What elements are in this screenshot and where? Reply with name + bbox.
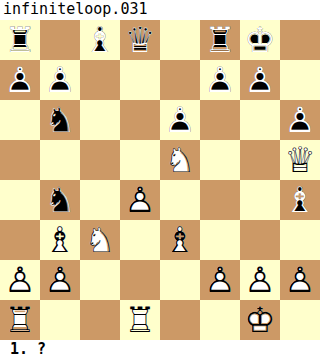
- square-b8[interactable]: [40, 20, 80, 60]
- square-e4[interactable]: [160, 180, 200, 220]
- black-queen: ♛♕: [120, 20, 160, 60]
- square-f1[interactable]: [200, 300, 240, 340]
- square-e1[interactable]: [160, 300, 200, 340]
- square-d2[interactable]: [120, 260, 160, 300]
- square-h7[interactable]: [280, 60, 320, 100]
- black-pawn: ♟♙: [40, 60, 80, 100]
- square-e3[interactable]: ♝♗: [160, 220, 200, 260]
- black-pawn: ♟♙: [0, 60, 40, 100]
- square-e2[interactable]: [160, 260, 200, 300]
- square-c8[interactable]: ♝♗: [80, 20, 120, 60]
- white-rook: ♜♖: [0, 300, 40, 340]
- square-e8[interactable]: [160, 20, 200, 60]
- black-pawn: ♟♙: [160, 100, 200, 140]
- white-pawn: ♟♙: [120, 180, 160, 220]
- white-pawn: ♟♙: [200, 260, 240, 300]
- white-pawn: ♟♙: [280, 260, 320, 300]
- square-c3[interactable]: ♞♘: [80, 220, 120, 260]
- chess-board: ♜♖♝♗♛♕♜♖♚♔♟♙♟♙♟♙♟♙♞♘♟♙♟♙♞♘♛♕♞♘♟♙♝♗♝♗♞♘♝♗…: [0, 20, 320, 340]
- square-f6[interactable]: [200, 100, 240, 140]
- white-queen: ♛♕: [280, 140, 320, 180]
- square-h3[interactable]: [280, 220, 320, 260]
- black-rook: ♜♖: [0, 20, 40, 60]
- square-a3[interactable]: [0, 220, 40, 260]
- square-g5[interactable]: [240, 140, 280, 180]
- square-b3[interactable]: ♝♗: [40, 220, 80, 260]
- square-g4[interactable]: [240, 180, 280, 220]
- square-c2[interactable]: [80, 260, 120, 300]
- square-c7[interactable]: [80, 60, 120, 100]
- square-b7[interactable]: ♟♙: [40, 60, 80, 100]
- black-knight: ♞♘: [40, 180, 80, 220]
- move-prompt: 1. ?: [0, 340, 320, 360]
- white-rook: ♜♖: [120, 300, 160, 340]
- white-bishop: ♝♗: [160, 220, 200, 260]
- chess-puzzle-page: infiniteloop.031 ♜♖♝♗♛♕♜♖♚♔♟♙♟♙♟♙♟♙♞♘♟♙♟…: [0, 0, 320, 360]
- square-a1[interactable]: ♜♖: [0, 300, 40, 340]
- black-pawn: ♟♙: [200, 60, 240, 100]
- square-h5[interactable]: ♛♕: [280, 140, 320, 180]
- square-f8[interactable]: ♜♖: [200, 20, 240, 60]
- square-a4[interactable]: [0, 180, 40, 220]
- square-d8[interactable]: ♛♕: [120, 20, 160, 60]
- square-d1[interactable]: ♜♖: [120, 300, 160, 340]
- white-king: ♚♔: [240, 300, 280, 340]
- square-d5[interactable]: [120, 140, 160, 180]
- square-f4[interactable]: [200, 180, 240, 220]
- square-d6[interactable]: [120, 100, 160, 140]
- square-e6[interactable]: ♟♙: [160, 100, 200, 140]
- square-g3[interactable]: [240, 220, 280, 260]
- white-knight: ♞♘: [160, 140, 200, 180]
- square-f5[interactable]: [200, 140, 240, 180]
- square-f3[interactable]: [200, 220, 240, 260]
- square-e7[interactable]: [160, 60, 200, 100]
- white-pawn: ♟♙: [240, 260, 280, 300]
- square-e5[interactable]: ♞♘: [160, 140, 200, 180]
- square-c5[interactable]: [80, 140, 120, 180]
- square-g6[interactable]: [240, 100, 280, 140]
- square-b6[interactable]: ♞♘: [40, 100, 80, 140]
- black-knight: ♞♘: [40, 100, 80, 140]
- square-f2[interactable]: ♟♙: [200, 260, 240, 300]
- square-d7[interactable]: [120, 60, 160, 100]
- puzzle-title: infiniteloop.031: [0, 0, 320, 20]
- square-c1[interactable]: [80, 300, 120, 340]
- square-d3[interactable]: [120, 220, 160, 260]
- white-bishop: ♝♗: [40, 220, 80, 260]
- square-b5[interactable]: [40, 140, 80, 180]
- square-d4[interactable]: ♟♙: [120, 180, 160, 220]
- square-h6[interactable]: ♟♙: [280, 100, 320, 140]
- black-pawn: ♟♙: [240, 60, 280, 100]
- square-c6[interactable]: [80, 100, 120, 140]
- square-b1[interactable]: [40, 300, 80, 340]
- square-f7[interactable]: ♟♙: [200, 60, 240, 100]
- square-h2[interactable]: ♟♙: [280, 260, 320, 300]
- square-a2[interactable]: ♟♙: [0, 260, 40, 300]
- black-bishop: ♝♗: [80, 20, 120, 60]
- white-knight: ♞♘: [80, 220, 120, 260]
- square-a5[interactable]: [0, 140, 40, 180]
- square-g1[interactable]: ♚♔: [240, 300, 280, 340]
- square-b4[interactable]: ♞♘: [40, 180, 80, 220]
- square-h1[interactable]: [280, 300, 320, 340]
- square-a7[interactable]: ♟♙: [0, 60, 40, 100]
- square-h8[interactable]: [280, 20, 320, 60]
- square-h4[interactable]: ♝♗: [280, 180, 320, 220]
- square-g2[interactable]: ♟♙: [240, 260, 280, 300]
- black-pawn: ♟♙: [280, 100, 320, 140]
- square-g7[interactable]: ♟♙: [240, 60, 280, 100]
- square-a8[interactable]: ♜♖: [0, 20, 40, 60]
- white-pawn: ♟♙: [40, 260, 80, 300]
- black-king: ♚♔: [240, 20, 280, 60]
- square-b2[interactable]: ♟♙: [40, 260, 80, 300]
- white-pawn: ♟♙: [0, 260, 40, 300]
- black-rook: ♜♖: [200, 20, 240, 60]
- black-bishop: ♝♗: [280, 180, 320, 220]
- square-g8[interactable]: ♚♔: [240, 20, 280, 60]
- square-a6[interactable]: [0, 100, 40, 140]
- square-c4[interactable]: [80, 180, 120, 220]
